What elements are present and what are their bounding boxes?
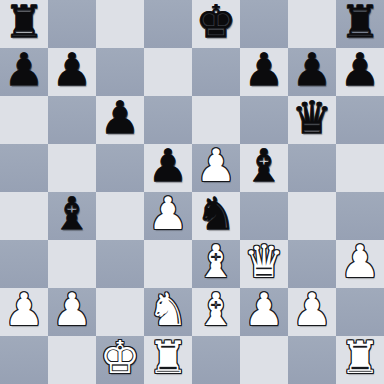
square-g8[interactable] — [288, 0, 336, 48]
square-d7[interactable] — [144, 48, 192, 96]
white-pawn-piece: ♟ — [52, 288, 92, 334]
square-f2[interactable]: ♟ — [240, 288, 288, 336]
square-h5[interactable] — [336, 144, 384, 192]
black-pawn-piece: ♟ — [4, 48, 44, 94]
white-king-piece: ♚ — [100, 336, 140, 382]
white-bishop-piece: ♝ — [196, 288, 236, 334]
square-b6[interactable] — [48, 96, 96, 144]
square-c6[interactable]: ♟ — [96, 96, 144, 144]
square-g5[interactable] — [288, 144, 336, 192]
black-pawn-piece: ♟ — [340, 48, 380, 94]
square-f6[interactable] — [240, 96, 288, 144]
square-e3[interactable]: ♝ — [192, 240, 240, 288]
square-b8[interactable] — [48, 0, 96, 48]
black-queen-piece: ♛ — [292, 96, 332, 142]
square-d5[interactable]: ♟ — [144, 144, 192, 192]
white-pawn-piece: ♟ — [340, 240, 380, 286]
square-b2[interactable]: ♟ — [48, 288, 96, 336]
black-pawn-piece: ♟ — [148, 144, 188, 190]
square-d8[interactable] — [144, 0, 192, 48]
square-e7[interactable] — [192, 48, 240, 96]
white-rook-piece: ♜ — [148, 336, 188, 382]
square-c8[interactable] — [96, 0, 144, 48]
square-h7[interactable]: ♟ — [336, 48, 384, 96]
black-bishop-piece: ♝ — [52, 192, 92, 238]
square-b7[interactable]: ♟ — [48, 48, 96, 96]
square-e2[interactable]: ♝ — [192, 288, 240, 336]
white-queen-piece: ♛ — [244, 240, 284, 286]
square-c7[interactable] — [96, 48, 144, 96]
white-pawn-piece: ♟ — [196, 144, 236, 190]
square-f8[interactable] — [240, 0, 288, 48]
white-pawn-piece: ♟ — [292, 288, 332, 334]
square-d4[interactable]: ♟ — [144, 192, 192, 240]
white-rook-piece: ♜ — [340, 336, 380, 382]
square-g3[interactable] — [288, 240, 336, 288]
square-f4[interactable] — [240, 192, 288, 240]
square-a7[interactable]: ♟ — [0, 48, 48, 96]
square-h8[interactable]: ♜ — [336, 0, 384, 48]
square-f3[interactable]: ♛ — [240, 240, 288, 288]
square-f1[interactable] — [240, 336, 288, 384]
square-g2[interactable]: ♟ — [288, 288, 336, 336]
square-c3[interactable] — [96, 240, 144, 288]
square-a2[interactable]: ♟ — [0, 288, 48, 336]
square-d1[interactable]: ♜ — [144, 336, 192, 384]
square-b4[interactable]: ♝ — [48, 192, 96, 240]
black-bishop-piece: ♝ — [244, 144, 284, 190]
square-c4[interactable] — [96, 192, 144, 240]
square-d3[interactable] — [144, 240, 192, 288]
black-pawn-piece: ♟ — [100, 96, 140, 142]
square-c2[interactable] — [96, 288, 144, 336]
black-pawn-piece: ♟ — [244, 48, 284, 94]
square-g4[interactable] — [288, 192, 336, 240]
square-f7[interactable]: ♟ — [240, 48, 288, 96]
white-knight-piece: ♞ — [148, 288, 188, 334]
white-pawn-piece: ♟ — [244, 288, 284, 334]
square-a4[interactable] — [0, 192, 48, 240]
square-h3[interactable]: ♟ — [336, 240, 384, 288]
white-pawn-piece: ♟ — [148, 192, 188, 238]
square-f5[interactable]: ♝ — [240, 144, 288, 192]
black-pawn-piece: ♟ — [52, 48, 92, 94]
square-c1[interactable]: ♚ — [96, 336, 144, 384]
square-e5[interactable]: ♟ — [192, 144, 240, 192]
square-h4[interactable] — [336, 192, 384, 240]
square-h2[interactable] — [336, 288, 384, 336]
black-rook-piece: ♜ — [4, 0, 44, 46]
square-e4[interactable]: ♞ — [192, 192, 240, 240]
square-h6[interactable] — [336, 96, 384, 144]
black-king-piece: ♚ — [196, 0, 236, 46]
square-a1[interactable] — [0, 336, 48, 384]
square-g6[interactable]: ♛ — [288, 96, 336, 144]
square-a5[interactable] — [0, 144, 48, 192]
black-rook-piece: ♜ — [340, 0, 380, 46]
square-d6[interactable] — [144, 96, 192, 144]
square-c5[interactable] — [96, 144, 144, 192]
square-e6[interactable] — [192, 96, 240, 144]
square-b3[interactable] — [48, 240, 96, 288]
square-a8[interactable]: ♜ — [0, 0, 48, 48]
black-pawn-piece: ♟ — [292, 48, 332, 94]
chess-board: ♜♚♜♟♟♟♟♟♟♛♟♟♝♝♟♞♝♛♟♟♟♞♝♟♟♚♜♜ — [0, 0, 384, 384]
square-b5[interactable] — [48, 144, 96, 192]
square-a6[interactable] — [0, 96, 48, 144]
white-bishop-piece: ♝ — [196, 240, 236, 286]
square-g1[interactable] — [288, 336, 336, 384]
square-b1[interactable] — [48, 336, 96, 384]
square-a3[interactable] — [0, 240, 48, 288]
square-g7[interactable]: ♟ — [288, 48, 336, 96]
black-knight-piece: ♞ — [196, 192, 236, 238]
square-d2[interactable]: ♞ — [144, 288, 192, 336]
white-pawn-piece: ♟ — [4, 288, 44, 334]
square-e1[interactable] — [192, 336, 240, 384]
square-h1[interactable]: ♜ — [336, 336, 384, 384]
square-e8[interactable]: ♚ — [192, 0, 240, 48]
